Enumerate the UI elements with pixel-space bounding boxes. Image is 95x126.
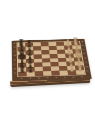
square-e2: ♟ — [65, 57, 74, 61]
square-g8: ♞ — [18, 67, 26, 72]
square-c8: ♝ — [17, 50, 25, 54]
square-d4 — [49, 53, 57, 57]
square-c7: ♟ — [25, 50, 33, 54]
square-d7: ♟ — [25, 54, 33, 58]
square-h8: ♜ — [18, 71, 26, 76]
product-photo: 87654321 abcdefgh abcdefgh ♜♟♟♜♞♟♟♞♝♟♟♝♛… — [0, 0, 95, 126]
square-h4 — [51, 70, 60, 75]
square-h6 — [34, 71, 43, 76]
square-e1: ♚ — [73, 57, 82, 61]
coord-front-2: 2 — [68, 76, 77, 78]
square-b2: ♟ — [64, 45, 72, 49]
square-f4 — [50, 62, 59, 66]
coord-front-4: 4 — [51, 76, 60, 78]
square-d5 — [41, 54, 49, 58]
square-h1: ♜ — [75, 70, 84, 75]
square-f8: ♝ — [18, 63, 26, 68]
square-d3 — [57, 53, 65, 57]
square-h7: ♟ — [26, 71, 35, 76]
coord-front-7: 7 — [26, 77, 35, 79]
chess-board: 87654321 abcdefgh abcdefgh ♜♟♟♜♞♟♟♞♝♟♟♝♛… — [11, 38, 91, 80]
square-d8: ♛ — [17, 54, 25, 58]
square-h3 — [59, 70, 68, 75]
square-d2: ♟ — [65, 53, 74, 57]
coord-left-h: h — [13, 72, 15, 77]
coord-front-1: 1 — [77, 76, 86, 78]
coord-right-h: h — [86, 70, 89, 75]
coord-front-8: 8 — [17, 77, 26, 79]
coord-front-6: 6 — [34, 77, 43, 79]
square-f7: ♟ — [26, 62, 34, 67]
square-b5 — [40, 46, 48, 50]
coord-front-3: 3 — [60, 76, 69, 78]
board-grid: ♜♟♟♜♞♟♟♞♝♟♟♝♛♟♟♛♚♟♟♚♝♟♟♝♞♟♟♞♜♟♟♜ — [16, 40, 85, 76]
square-e7: ♟ — [25, 58, 33, 62]
square-h5 — [42, 71, 51, 76]
square-h2: ♟ — [67, 70, 76, 75]
coord-front-5: 5 — [43, 77, 52, 79]
square-c2: ♟ — [64, 49, 72, 53]
square-b7: ♟ — [25, 46, 33, 50]
